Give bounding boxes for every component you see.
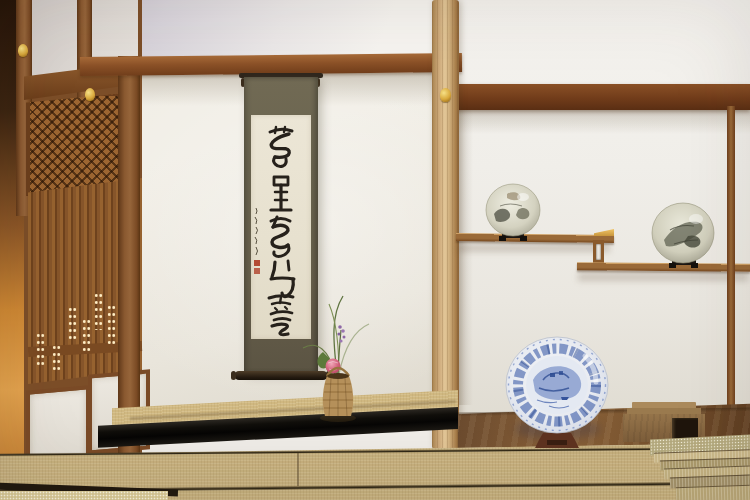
celadon-plate-upper <box>478 182 548 244</box>
gold-nail-cover-1 <box>18 44 28 57</box>
celadon-plate-lower <box>644 200 722 272</box>
roller-knob-left <box>231 371 236 380</box>
beam-shadow-on-right-wall <box>455 108 750 134</box>
light-holes-1 <box>36 332 45 366</box>
light-holes-2 <box>52 344 61 374</box>
light-holes-3 <box>68 306 77 342</box>
ikebana-arrangement <box>293 290 378 425</box>
lower-shelf-shadow <box>578 273 748 281</box>
right-frame-post <box>727 106 735 416</box>
shelf-alcove-beam <box>446 84 750 110</box>
calligraphy-character-3 <box>260 214 300 260</box>
gold-nail-cover-3 <box>440 88 451 102</box>
post-shadow-on-wall <box>459 105 473 405</box>
tatami-seam-vertical <box>297 453 299 486</box>
light-holes-4 <box>82 318 91 352</box>
calligraphy-character-2 <box>261 172 301 216</box>
tokobashira-pillar <box>432 0 459 449</box>
blue-white-plate <box>503 336 615 452</box>
upper-shelf-shadow <box>458 244 610 252</box>
corner-mat <box>0 491 168 500</box>
signature-column <box>252 206 262 278</box>
light-holes-6 <box>107 304 116 344</box>
tea-room-photo <box>0 0 750 500</box>
left-boundary-post <box>118 56 140 464</box>
light-holes-5 <box>94 292 103 330</box>
calligraphy-character-1 <box>261 124 301 172</box>
gold-nail-cover-2 <box>85 88 95 101</box>
shelf-connector-slot <box>596 244 601 260</box>
